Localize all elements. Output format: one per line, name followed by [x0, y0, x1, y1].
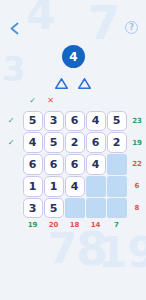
row-target-2: 19	[129, 132, 145, 154]
background-digit: 7	[88, 0, 120, 46]
row-check-empty	[5, 197, 17, 219]
tile-r1c4[interactable]: 4	[86, 111, 106, 132]
badge-value: 4	[69, 50, 77, 64]
tile-r2c1[interactable]: 4	[23, 132, 43, 153]
background-digit: 19	[98, 232, 146, 274]
row-targets: 23192268	[129, 110, 145, 219]
background-digit: 4	[26, 0, 55, 36]
column-targets: 192018147	[22, 219, 127, 230]
help-button[interactable]: ?	[125, 21, 138, 34]
row-target-1: 23	[129, 110, 145, 132]
empty-cell-r5c5	[107, 198, 127, 219]
tile-r2c3[interactable]: 2	[65, 132, 85, 153]
chevron-left-icon	[9, 22, 21, 35]
question-icon: ?	[129, 23, 134, 32]
tile-r3c3[interactable]: 6	[65, 154, 85, 175]
tile-r5c2[interactable]: 5	[44, 198, 64, 219]
col-cross-icon: ✕	[40, 94, 61, 106]
row-check-empty	[5, 154, 17, 176]
triangle-icon[interactable]	[54, 77, 69, 90]
row-check-icon: ✓	[5, 132, 17, 154]
col-target-4: 14	[85, 219, 106, 230]
back-button[interactable]	[9, 20, 21, 33]
tile-r2c2[interactable]: 5	[44, 132, 64, 153]
tile-r4c1[interactable]: 1	[23, 176, 43, 197]
row-solved-checks: ✓✓	[5, 110, 17, 219]
tile-r2c4[interactable]: 6	[86, 132, 106, 153]
background-digit: 7	[48, 228, 77, 270]
empty-cell-r3c5	[107, 154, 127, 175]
tile-r3c1[interactable]: 6	[23, 154, 43, 175]
tile-r1c2[interactable]: 3	[44, 111, 64, 132]
col-mark-empty	[64, 94, 85, 106]
row-check-empty	[5, 175, 17, 197]
level-badge: 4	[62, 45, 85, 68]
col-target-1: 19	[22, 219, 43, 230]
puzzle-grid: 5364545262666411435	[22, 110, 127, 219]
triangle-icon[interactable]	[77, 77, 92, 90]
empty-cell-r4c4	[86, 176, 106, 197]
col-mark-empty	[106, 94, 127, 106]
row-check-icon: ✓	[5, 110, 17, 132]
empty-cell-r5c3	[65, 198, 85, 219]
tile-r1c5[interactable]: 5	[107, 111, 127, 132]
triangle-icons-row	[0, 77, 146, 90]
col-target-5: 7	[106, 219, 127, 230]
tile-r5c1[interactable]: 3	[23, 198, 43, 219]
tile-r3c4[interactable]: 4	[86, 154, 106, 175]
tile-r4c2[interactable]: 1	[44, 176, 64, 197]
col-target-2: 20	[43, 219, 64, 230]
empty-cell-r5c4	[86, 198, 106, 219]
row-target-4: 6	[129, 175, 145, 197]
col-target-3: 18	[64, 219, 85, 230]
column-marks-row: ✓✕	[22, 94, 127, 106]
tile-r1c1[interactable]: 5	[23, 111, 43, 132]
tile-r2c5[interactable]: 2	[107, 132, 127, 153]
col-mark-empty	[85, 94, 106, 106]
tile-r3c2[interactable]: 6	[44, 154, 64, 175]
empty-cell-r4c5	[107, 176, 127, 197]
row-target-3: 22	[129, 154, 145, 176]
tile-r1c3[interactable]: 6	[65, 111, 85, 132]
game-screen: 4737819 ? 4 ✓✕ ✓✓ 5364545262666411435 23…	[0, 0, 146, 300]
row-target-5: 8	[129, 197, 145, 219]
tile-r4c3[interactable]: 4	[65, 176, 85, 197]
